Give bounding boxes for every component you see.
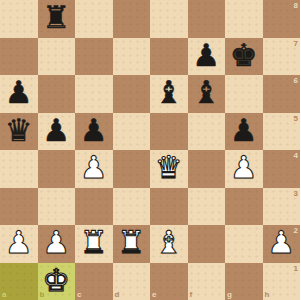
square-b5[interactable]: ♟	[38, 113, 76, 151]
black-queen-icon[interactable]: ♛	[5, 112, 33, 150]
square-c2[interactable]: ♜	[75, 225, 113, 263]
white-king-icon[interactable]: ♚	[42, 262, 70, 300]
black-pawn-icon[interactable]: ♟	[5, 74, 33, 112]
square-b2[interactable]: ♟	[38, 225, 76, 263]
square-d6[interactable]	[113, 75, 151, 113]
white-pawn-icon[interactable]: ♟	[80, 149, 108, 187]
file-label-d: d	[115, 290, 120, 299]
square-c6[interactable]	[75, 75, 113, 113]
square-a1[interactable]: a	[0, 263, 38, 300]
black-rook-icon[interactable]: ♜	[42, 0, 70, 37]
square-d2[interactable]: ♜	[113, 225, 151, 263]
file-label-a: a	[2, 290, 6, 299]
square-e1[interactable]: e	[150, 263, 188, 300]
square-h1[interactable]: h1	[263, 263, 301, 300]
square-b6[interactable]	[38, 75, 76, 113]
square-f8[interactable]	[188, 0, 226, 38]
square-h4[interactable]: 4	[263, 150, 301, 188]
square-f1[interactable]: f	[188, 263, 226, 300]
square-g4[interactable]: ♟	[225, 150, 263, 188]
square-d7[interactable]	[113, 38, 151, 76]
square-a8[interactable]	[0, 0, 38, 38]
file-label-h: h	[265, 290, 270, 299]
square-e4[interactable]: ♛	[150, 150, 188, 188]
black-pawn-icon[interactable]: ♟	[230, 112, 258, 150]
square-e6[interactable]: ♝	[150, 75, 188, 113]
file-label-c: c	[77, 290, 81, 299]
square-d4[interactable]	[113, 150, 151, 188]
square-a2[interactable]: ♟	[0, 225, 38, 263]
square-g5[interactable]: ♟	[225, 113, 263, 151]
chess-board: ♜8♟♚7♟♝♝6♛♟♟♟5♟♛♟43♟♟♜♜♝2♟ab♚cdefgh1	[0, 0, 300, 300]
white-rook-icon[interactable]: ♜	[117, 224, 145, 262]
white-pawn-icon[interactable]: ♟	[267, 224, 295, 262]
square-g3[interactable]	[225, 188, 263, 226]
white-queen-icon[interactable]: ♛	[155, 149, 183, 187]
square-f7[interactable]: ♟	[188, 38, 226, 76]
rank-label-1: 1	[294, 264, 298, 273]
square-e2[interactable]: ♝	[150, 225, 188, 263]
square-f3[interactable]	[188, 188, 226, 226]
file-label-f: f	[190, 290, 193, 299]
square-c3[interactable]	[75, 188, 113, 226]
square-c1[interactable]: c	[75, 263, 113, 300]
square-h2[interactable]: 2♟	[263, 225, 301, 263]
white-pawn-icon[interactable]: ♟	[5, 224, 33, 262]
square-f4[interactable]	[188, 150, 226, 188]
square-f5[interactable]	[188, 113, 226, 151]
square-f6[interactable]: ♝	[188, 75, 226, 113]
square-h7[interactable]: 7	[263, 38, 301, 76]
white-rook-icon[interactable]: ♜	[80, 224, 108, 262]
square-h3[interactable]: 3	[263, 188, 301, 226]
square-c7[interactable]	[75, 38, 113, 76]
rank-label-6: 6	[294, 76, 298, 85]
square-c5[interactable]: ♟	[75, 113, 113, 151]
white-pawn-icon[interactable]: ♟	[42, 224, 70, 262]
square-b3[interactable]	[38, 188, 76, 226]
square-e8[interactable]	[150, 0, 188, 38]
square-g6[interactable]	[225, 75, 263, 113]
rank-label-8: 8	[294, 1, 298, 10]
square-d8[interactable]	[113, 0, 151, 38]
black-pawn-icon[interactable]: ♟	[80, 112, 108, 150]
white-bishop-icon[interactable]: ♝	[155, 224, 183, 262]
square-h6[interactable]: 6	[263, 75, 301, 113]
square-a7[interactable]	[0, 38, 38, 76]
square-h5[interactable]: 5	[263, 113, 301, 151]
square-b7[interactable]	[38, 38, 76, 76]
square-b1[interactable]: b♚	[38, 263, 76, 300]
square-d5[interactable]	[113, 113, 151, 151]
black-pawn-icon[interactable]: ♟	[192, 37, 220, 75]
rank-label-3: 3	[294, 189, 298, 198]
square-b4[interactable]	[38, 150, 76, 188]
square-g2[interactable]	[225, 225, 263, 263]
rank-label-5: 5	[294, 114, 298, 123]
square-a4[interactable]	[0, 150, 38, 188]
square-g7[interactable]: ♚	[225, 38, 263, 76]
rank-label-4: 4	[294, 151, 298, 160]
black-king-icon[interactable]: ♚	[230, 37, 258, 75]
square-b8[interactable]: ♜	[38, 0, 76, 38]
rank-label-7: 7	[294, 39, 298, 48]
square-a6[interactable]: ♟	[0, 75, 38, 113]
square-e3[interactable]	[150, 188, 188, 226]
square-d1[interactable]: d	[113, 263, 151, 300]
square-g8[interactable]	[225, 0, 263, 38]
file-label-g: g	[227, 290, 232, 299]
square-f2[interactable]	[188, 225, 226, 263]
square-e5[interactable]	[150, 113, 188, 151]
square-d3[interactable]	[113, 188, 151, 226]
black-bishop-icon[interactable]: ♝	[155, 74, 183, 112]
square-e7[interactable]	[150, 38, 188, 76]
square-a3[interactable]	[0, 188, 38, 226]
square-a5[interactable]: ♛	[0, 113, 38, 151]
black-pawn-icon[interactable]: ♟	[42, 112, 70, 150]
white-pawn-icon[interactable]: ♟	[230, 149, 258, 187]
square-h8[interactable]: 8	[263, 0, 301, 38]
square-c4[interactable]: ♟	[75, 150, 113, 188]
file-label-e: e	[152, 290, 156, 299]
black-bishop-icon[interactable]: ♝	[192, 74, 220, 112]
square-g1[interactable]: g	[225, 263, 263, 300]
square-c8[interactable]	[75, 0, 113, 38]
